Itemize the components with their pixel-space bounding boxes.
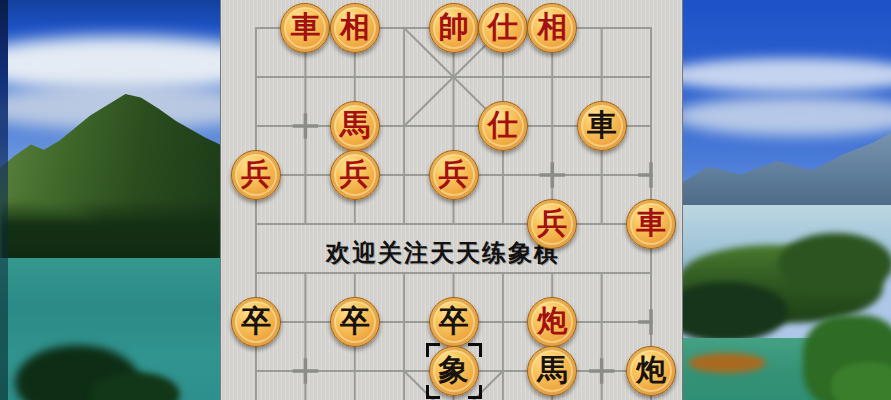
background-photo-right bbox=[683, 0, 891, 400]
selection-brackets bbox=[426, 343, 482, 399]
piece-black-chariot[interactable]: 車 bbox=[577, 101, 627, 151]
piece-black-horse[interactable]: 馬 bbox=[527, 346, 577, 396]
piece-character: 炮 bbox=[636, 355, 666, 385]
shoreline bbox=[688, 353, 766, 373]
piece-character: 車 bbox=[290, 12, 320, 42]
photo-edge-shadow bbox=[0, 0, 8, 400]
piece-character: 相 bbox=[537, 12, 567, 42]
piece-character: 仕 bbox=[488, 110, 518, 140]
piece-character: 兵 bbox=[241, 159, 271, 189]
piece-red-soldier[interactable]: 兵 bbox=[231, 150, 281, 200]
piece-character: 炮 bbox=[537, 306, 567, 336]
piece-character: 帥 bbox=[439, 12, 469, 42]
piece-character: 卒 bbox=[241, 306, 271, 336]
piece-red-soldier[interactable]: 兵 bbox=[429, 150, 479, 200]
foliage bbox=[831, 362, 891, 400]
pieces-layer: 車相帥仕相馬仕車兵兵兵兵車卒卒卒炮象馬炮 bbox=[221, 0, 682, 400]
piece-red-advisor[interactable]: 仕 bbox=[478, 3, 528, 53]
cloud bbox=[683, 96, 891, 136]
piece-character: 相 bbox=[340, 12, 370, 42]
piece-black-soldier[interactable]: 卒 bbox=[330, 297, 380, 347]
piece-black-elephant[interactable]: 象 bbox=[429, 346, 479, 396]
piece-black-cannon[interactable]: 炮 bbox=[626, 346, 676, 396]
piece-red-soldier[interactable]: 兵 bbox=[330, 150, 380, 200]
piece-character: 兵 bbox=[340, 159, 370, 189]
background-photo-left bbox=[0, 0, 220, 400]
piece-character: 車 bbox=[587, 110, 617, 140]
piece-character: 兵 bbox=[537, 208, 567, 238]
piece-red-soldier[interactable]: 兵 bbox=[527, 199, 577, 249]
piece-red-advisor[interactable]: 仕 bbox=[478, 101, 528, 151]
tree-line bbox=[0, 200, 220, 262]
piece-black-soldier[interactable]: 卒 bbox=[429, 297, 479, 347]
piece-red-chariot[interactable]: 車 bbox=[626, 199, 676, 249]
piece-red-cannon[interactable]: 炮 bbox=[527, 297, 577, 347]
piece-character: 卒 bbox=[340, 306, 370, 336]
piece-red-general[interactable]: 帥 bbox=[429, 3, 479, 53]
tree-island bbox=[778, 233, 891, 295]
xiangqi-app-screenshot: 欢迎关注天天练象棋 車相帥仕相馬仕車兵兵兵兵車卒卒卒炮象馬炮 bbox=[0, 0, 891, 400]
piece-character: 卒 bbox=[439, 306, 469, 336]
piece-red-elephant[interactable]: 相 bbox=[330, 3, 380, 53]
piece-character: 仕 bbox=[488, 12, 518, 42]
piece-character: 馬 bbox=[537, 355, 567, 385]
piece-character: 馬 bbox=[340, 110, 370, 140]
piece-red-horse[interactable]: 馬 bbox=[330, 101, 380, 151]
piece-black-soldier[interactable]: 卒 bbox=[231, 297, 281, 347]
xiangqi-board[interactable]: 欢迎关注天天练象棋 車相帥仕相馬仕車兵兵兵兵車卒卒卒炮象馬炮 bbox=[220, 0, 683, 400]
piece-red-chariot[interactable]: 車 bbox=[280, 3, 330, 53]
piece-red-elephant[interactable]: 相 bbox=[527, 3, 577, 53]
piece-character: 車 bbox=[636, 208, 666, 238]
cloud bbox=[683, 58, 891, 92]
piece-character: 兵 bbox=[439, 159, 469, 189]
